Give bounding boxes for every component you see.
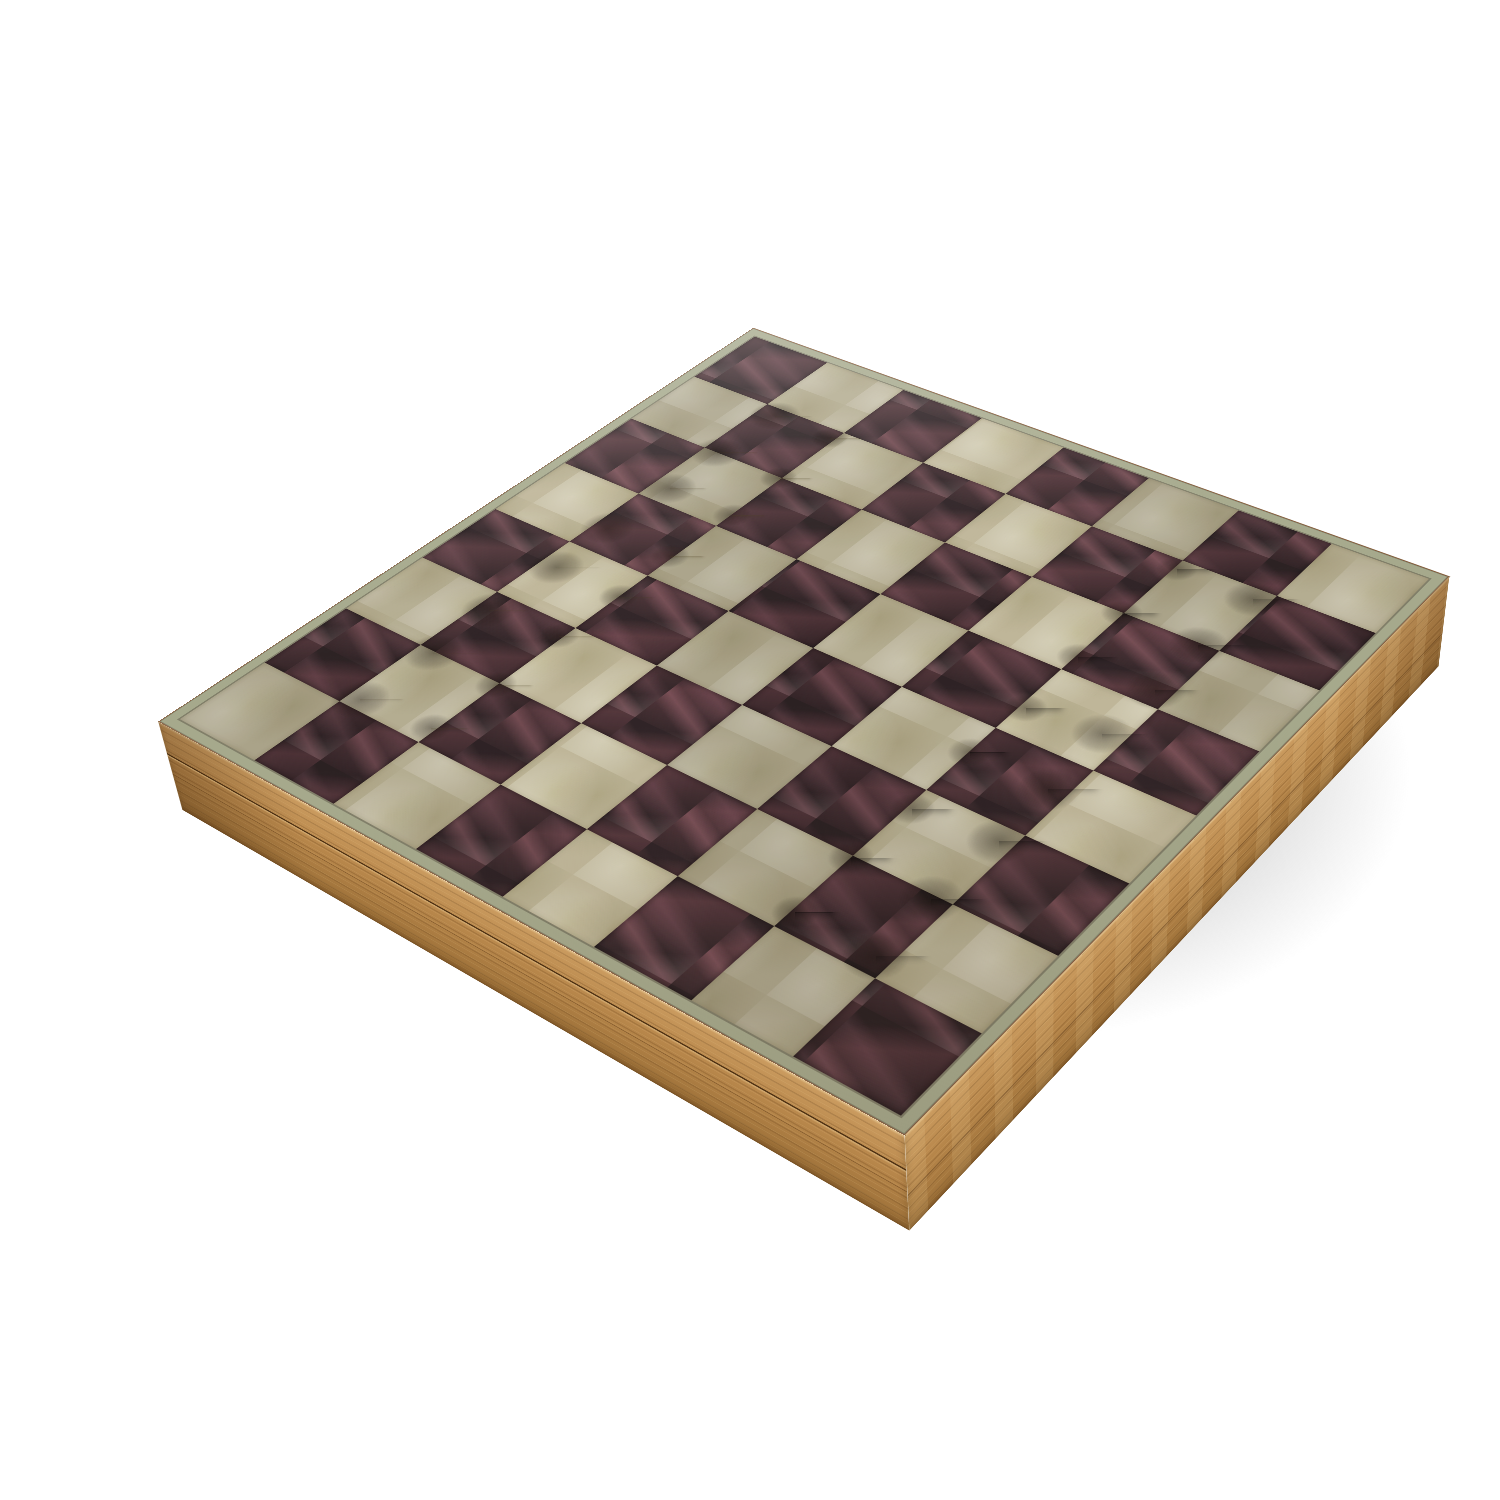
chess-set: ♜♞♝♚♛♝♞♜♟♟♟♟♟♟♟♟♟♟♟♟♟♟♟♟♜♞♝♚♛♝♞♜ bbox=[158, 328, 1449, 1136]
black-rook-glyph: ♜ bbox=[803, 816, 949, 979]
white-pawn-glyph: ♟ bbox=[380, 629, 483, 744]
camera-tilt: ♜♞♝♚♛♝♞♜♟♟♟♟♟♟♟♟♟♟♟♟♟♟♟♟♜♞♝♚♛♝♞♜ bbox=[0, 0, 1500, 1500]
photo-canvas: ♜♞♝♚♛♝♞♜♟♟♟♟♟♟♟♟♟♟♟♟♟♟♟♟♜♞♝♚♛♝♞♜ bbox=[0, 0, 1500, 1500]
scene: ♜♞♝♚♛♝♞♜♟♟♟♟♟♟♟♟♟♟♟♟♟♟♟♟♜♞♝♚♛♝♞♜ bbox=[0, 0, 1500, 1500]
